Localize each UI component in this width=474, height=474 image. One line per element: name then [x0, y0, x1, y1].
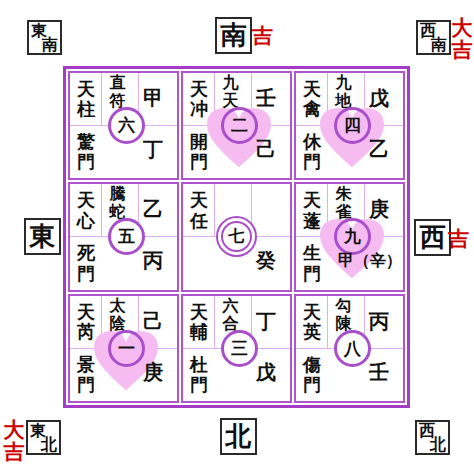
- direction-box-southeast: 東 南: [27, 20, 62, 55]
- gate-name: 生門: [302, 243, 322, 284]
- star-name: 天心: [76, 190, 96, 231]
- direction-char: 南: [42, 36, 58, 53]
- direction-box-north: 北: [220, 418, 257, 455]
- luck-label-west: 吉: [448, 225, 469, 253]
- gate-name: 休門: [302, 132, 322, 173]
- direction-box-south: 南: [215, 17, 252, 54]
- star-name: 天芮: [76, 302, 96, 343]
- earth-stem: 壬: [366, 359, 392, 386]
- cell-divider: [101, 73, 102, 125]
- gate-name: 死門: [76, 243, 96, 284]
- cell-divider: [214, 296, 215, 348]
- direction-char: 北: [430, 436, 446, 453]
- star-name: 天禽: [302, 79, 322, 120]
- star-name: 天任: [189, 190, 209, 231]
- earth-stem: 乙: [366, 136, 392, 163]
- earth-stem: 丙: [140, 247, 166, 274]
- star-name: 天柱: [76, 79, 96, 120]
- palace-number: 五: [111, 221, 142, 252]
- palace-number-inner-ring: 七: [221, 221, 252, 252]
- earth-stem: 己: [253, 136, 279, 163]
- palace-number: 六: [111, 110, 142, 141]
- heaven-stem: 戊: [366, 85, 392, 112]
- earth-stem: 甲（辛）: [338, 251, 402, 272]
- direction-char: 南: [221, 20, 247, 50]
- direction-char: 北: [41, 436, 57, 453]
- cell-divider: [101, 184, 102, 236]
- palace-cell-bottom-right: 天英勾陳丙八傷門壬: [294, 294, 405, 403]
- earth-stem: 庚: [140, 359, 166, 386]
- palace-number: 七: [223, 223, 250, 249]
- star-name: 天蓬: [302, 190, 322, 231]
- direction-char: 南: [431, 36, 447, 53]
- heaven-stem: 乙: [140, 196, 166, 223]
- palace-cell-bottom-left: 天芮太陰己一景門庚: [68, 294, 179, 403]
- qimen-dunjia-chart: 天柱直符甲六驚門丁天冲九天壬二開門己天禽九地戊四休門乙天心騰蛇乙五死門丙天任七癸…: [0, 0, 474, 474]
- earth-stem: 癸: [253, 247, 279, 274]
- direction-char: 北: [226, 421, 252, 451]
- direction-box-east: 東: [24, 218, 61, 255]
- heaven-stem: 丁: [253, 308, 279, 335]
- direction-box-west: 西: [414, 219, 451, 256]
- heaven-stem: 庚: [366, 196, 392, 223]
- direction-box-northeast: 東 北: [26, 420, 61, 455]
- palace-cell-bottom-center: 天輔六合丁三杜門戊: [181, 294, 292, 403]
- deity-name: 太陰: [109, 297, 126, 333]
- earth-stem: 丁: [140, 136, 166, 163]
- deity-name: 朱雀: [335, 185, 352, 221]
- star-name: 天英: [302, 302, 322, 343]
- palace-number: 四: [337, 110, 368, 141]
- direction-char: 東: [30, 221, 56, 251]
- palace-number-circle: 九: [334, 218, 371, 255]
- palace-cell-center: 天任七癸: [181, 182, 292, 291]
- palace-number: 一: [111, 333, 142, 364]
- luck-label-northeast: 大吉: [3, 419, 25, 462]
- heaven-stem: 丙: [366, 308, 392, 335]
- deity-name: 直符: [109, 74, 126, 110]
- palace-number: 九: [337, 221, 368, 252]
- palace-cell-top-center: 天冲九天壬二開門己: [181, 71, 292, 180]
- heaven-stem: 己: [140, 308, 166, 335]
- star-name: 天輔: [189, 302, 209, 343]
- deity-name: 騰蛇: [109, 185, 126, 221]
- palace-number-circle: 七: [216, 216, 257, 257]
- direction-char: 西: [420, 222, 446, 252]
- heaven-stem: 壬: [253, 85, 279, 112]
- heaven-stem: 甲: [140, 85, 166, 112]
- gate-name: 傷門: [302, 355, 322, 396]
- palace-cell-top-right: 天禽九地戊四休門乙: [294, 71, 405, 180]
- gate-name: 驚門: [76, 132, 96, 173]
- cell-divider: [327, 296, 328, 348]
- palace-cell-middle-right: 天蓬朱雀庚九生門甲（辛）: [294, 182, 405, 291]
- luck-label-south: 吉: [252, 22, 273, 50]
- star-name: 天冲: [189, 79, 209, 120]
- direction-box-northwest: 西 北: [415, 420, 450, 455]
- palace-number: 二: [224, 110, 255, 141]
- gate-name: 開門: [189, 132, 209, 173]
- palace-number: 八: [337, 333, 368, 364]
- deity-name: 九地: [335, 74, 352, 110]
- palace-number: 三: [224, 333, 255, 364]
- palace-cell-middle-left: 天心騰蛇乙五死門丙: [68, 182, 179, 291]
- gate-name: 景門: [76, 355, 96, 396]
- cell-divider: [214, 184, 215, 236]
- deity-name: 勾陳: [335, 297, 352, 333]
- luck-label-southwest: 大吉: [451, 17, 473, 60]
- palace-cell-top-left: 天柱直符甲六驚門丁: [68, 71, 179, 180]
- board-grid: 天柱直符甲六驚門丁天冲九天壬二開門己天禽九地戊四休門乙天心騰蛇乙五死門丙天任七癸…: [63, 66, 410, 408]
- gate-name: 杜門: [189, 355, 209, 396]
- deity-name: 九天: [222, 74, 239, 110]
- earth-stem: 戊: [253, 359, 279, 386]
- direction-box-southwest: 西 南: [416, 20, 451, 55]
- deity-name: 六合: [222, 297, 239, 333]
